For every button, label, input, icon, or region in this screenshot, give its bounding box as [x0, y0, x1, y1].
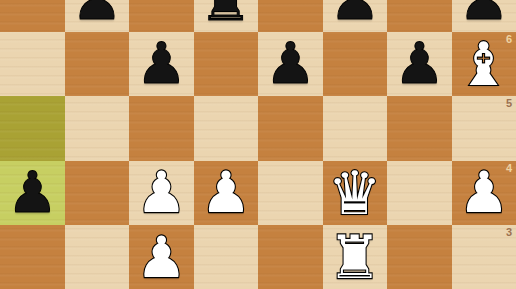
square-g5[interactable] [387, 96, 452, 161]
square-e5[interactable] [258, 96, 323, 161]
square-b7[interactable]: ♟ [65, 0, 130, 32]
square-a6[interactable] [0, 32, 65, 97]
square-c4[interactable]: ♟ [129, 161, 194, 226]
square-e3[interactable] [258, 225, 323, 289]
square-d4[interactable]: ♟ [194, 161, 259, 226]
square-g6[interactable]: ♟ [387, 32, 452, 97]
square-d5[interactable] [194, 96, 259, 161]
square-f4[interactable]: ♛ [323, 161, 388, 226]
square-d7[interactable]: ♜ [194, 0, 259, 32]
square-h5[interactable]: 5 [452, 96, 516, 161]
white-pawn[interactable]: ♟ [136, 164, 187, 221]
black-pawn[interactable]: ♟ [7, 164, 58, 221]
square-f3[interactable]: ♜ [323, 225, 388, 289]
black-rook[interactable]: ♜ [199, 0, 253, 29]
chess-board-viewport: ♟♜♟♟♟♟♟6♝5♟♟♟♛4♟♟♜3 [0, 0, 516, 289]
square-e7[interactable] [258, 0, 323, 32]
square-g3[interactable] [387, 225, 452, 289]
square-c3[interactable]: ♟ [129, 225, 194, 289]
square-b3[interactable] [65, 225, 130, 289]
square-a7[interactable] [0, 0, 65, 32]
black-pawn[interactable]: ♟ [329, 0, 380, 28]
square-h3[interactable]: 3 [452, 225, 516, 289]
square-d3[interactable] [194, 225, 259, 289]
square-d6[interactable] [194, 32, 259, 97]
white-pawn[interactable]: ♟ [458, 164, 509, 221]
black-pawn[interactable]: ♟ [394, 35, 445, 92]
black-pawn[interactable]: ♟ [136, 35, 187, 92]
square-e4[interactable] [258, 161, 323, 226]
square-f6[interactable] [323, 32, 388, 97]
square-c7[interactable] [129, 0, 194, 32]
white-bishop[interactable]: ♝ [457, 34, 511, 94]
square-g4[interactable] [387, 161, 452, 226]
black-pawn[interactable]: ♟ [265, 35, 316, 92]
square-f5[interactable] [323, 96, 388, 161]
square-b5[interactable] [65, 96, 130, 161]
black-pawn[interactable]: ♟ [458, 0, 509, 28]
white-pawn[interactable]: ♟ [136, 229, 187, 286]
square-b4[interactable] [65, 161, 130, 226]
square-a4[interactable]: ♟ [0, 161, 65, 226]
rank-label-6: 6 [506, 34, 512, 45]
white-rook[interactable]: ♜ [328, 227, 382, 287]
square-f7[interactable]: ♟ [323, 0, 388, 32]
rank-label-5: 5 [506, 98, 512, 109]
chess-board: ♟♜♟♟♟♟♟6♝5♟♟♟♛4♟♟♜3 [0, 0, 516, 289]
rank-label-3: 3 [506, 227, 512, 238]
square-h7[interactable]: ♟ [452, 0, 516, 32]
square-g7[interactable] [387, 0, 452, 32]
square-b6[interactable] [65, 32, 130, 97]
rank-label-4: 4 [506, 163, 512, 174]
square-c5[interactable] [129, 96, 194, 161]
square-e6[interactable]: ♟ [258, 32, 323, 97]
black-pawn[interactable]: ♟ [71, 0, 122, 28]
square-h6[interactable]: 6♝ [452, 32, 516, 97]
white-pawn[interactable]: ♟ [200, 164, 251, 221]
square-c6[interactable]: ♟ [129, 32, 194, 97]
square-h4[interactable]: 4♟ [452, 161, 516, 226]
square-a3[interactable] [0, 225, 65, 289]
white-queen[interactable]: ♛ [328, 163, 382, 223]
square-a5[interactable] [0, 96, 65, 161]
